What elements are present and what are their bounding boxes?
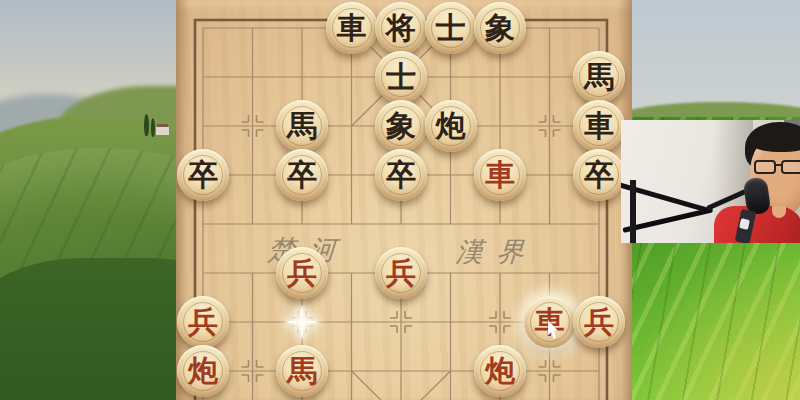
- foreground-hill: [0, 258, 178, 400]
- piece-glyph: 兵: [188, 296, 218, 348]
- glasses-bridge: [775, 164, 782, 166]
- piece-glyph: 卒: [287, 149, 317, 201]
- piece-glyph: 車: [337, 2, 367, 54]
- piece-red-炮[interactable]: 炮: [177, 345, 229, 397]
- piece-black-象[interactable]: 象: [474, 2, 526, 54]
- piece-glyph: 車: [584, 100, 614, 152]
- piece-glyph: 炮: [188, 345, 218, 397]
- piece-black-車[interactable]: 車: [573, 100, 625, 152]
- piece-black-卒[interactable]: 卒: [177, 149, 229, 201]
- piece-glyph: 卒: [188, 149, 218, 201]
- piece-black-卒[interactable]: 卒: [573, 149, 625, 201]
- piece-glyph: 馬: [287, 345, 317, 397]
- streamer-hair-fringe: [748, 126, 800, 152]
- piece-red-車[interactable]: 車: [474, 149, 526, 201]
- calligraphy-column-4: 水無常形: [0, 245, 32, 257]
- piece-black-象[interactable]: 象: [375, 100, 427, 152]
- piece-black-士[interactable]: 士: [375, 51, 427, 103]
- piece-glyph: 兵: [287, 247, 317, 299]
- piece-black-士[interactable]: 士: [425, 2, 477, 54]
- piece-red-炮[interactable]: 炮: [474, 345, 526, 397]
- background-hills-left: [0, 0, 178, 400]
- piece-red-兵[interactable]: 兵: [276, 247, 328, 299]
- piece-black-将[interactable]: 将: [375, 2, 427, 54]
- piece-glyph: 馬: [287, 100, 317, 152]
- xiangqi-board[interactable]: 楚河 漢界 車将士象士馬馬象炮車卒卒卒車卒兵兵兵車兵炮馬炮: [176, 0, 632, 400]
- calligraphy-column-2: 兵因敵而制勝: [82, 131, 118, 149]
- piece-red-馬[interactable]: 馬: [276, 345, 328, 397]
- piece-glyph: 馬: [584, 51, 614, 103]
- piece-glyph: 士: [386, 51, 416, 103]
- piece-glyph: 卒: [584, 149, 614, 201]
- piece-glyph: 兵: [386, 247, 416, 299]
- piece-black-卒[interactable]: 卒: [375, 149, 427, 201]
- piece-black-炮[interactable]: 炮: [425, 100, 477, 152]
- piece-glyph: 象: [386, 100, 416, 152]
- piece-glyph: 卒: [386, 149, 416, 201]
- cypress-tree: [144, 114, 149, 136]
- piece-black-車[interactable]: 車: [326, 2, 378, 54]
- piece-red-兵[interactable]: 兵: [177, 296, 229, 348]
- piece-glyph: 象: [485, 2, 515, 54]
- piece-black-卒[interactable]: 卒: [276, 149, 328, 201]
- webcam-feed: [621, 120, 800, 243]
- piece-red-兵[interactable]: 兵: [573, 296, 625, 348]
- piece-black-馬[interactable]: 馬: [573, 51, 625, 103]
- piece-black-馬[interactable]: 馬: [276, 100, 328, 152]
- piece-red-兵[interactable]: 兵: [375, 247, 427, 299]
- piece-glyph: 車: [485, 149, 515, 201]
- piece-glyph: 士: [436, 2, 466, 54]
- glasses-lens-left: [754, 160, 776, 174]
- calligraphy-column-3: 故兵無常勢: [39, 190, 75, 205]
- piece-glyph: 炮: [436, 100, 466, 152]
- river-label-han: 漢界: [455, 234, 540, 270]
- hill-house: [156, 127, 169, 135]
- stream-frame: 水因地而制流 兵因敵而制勝 故兵無常勢 水無常形 楚河 漢界 車将士象士馬馬象炮…: [0, 0, 800, 400]
- calligraphy-column-1: 水因地而制流: [125, 80, 161, 98]
- piece-glyph: 炮: [485, 345, 515, 397]
- mic-stand-pole: [630, 180, 636, 243]
- streamer-glasses: [754, 160, 800, 175]
- mic-boom-arm: [622, 207, 713, 233]
- cypress-tree: [151, 118, 155, 137]
- piece-glyph: 将: [386, 2, 416, 54]
- glasses-lens-right: [781, 160, 800, 174]
- piece-glyph: 兵: [584, 296, 614, 348]
